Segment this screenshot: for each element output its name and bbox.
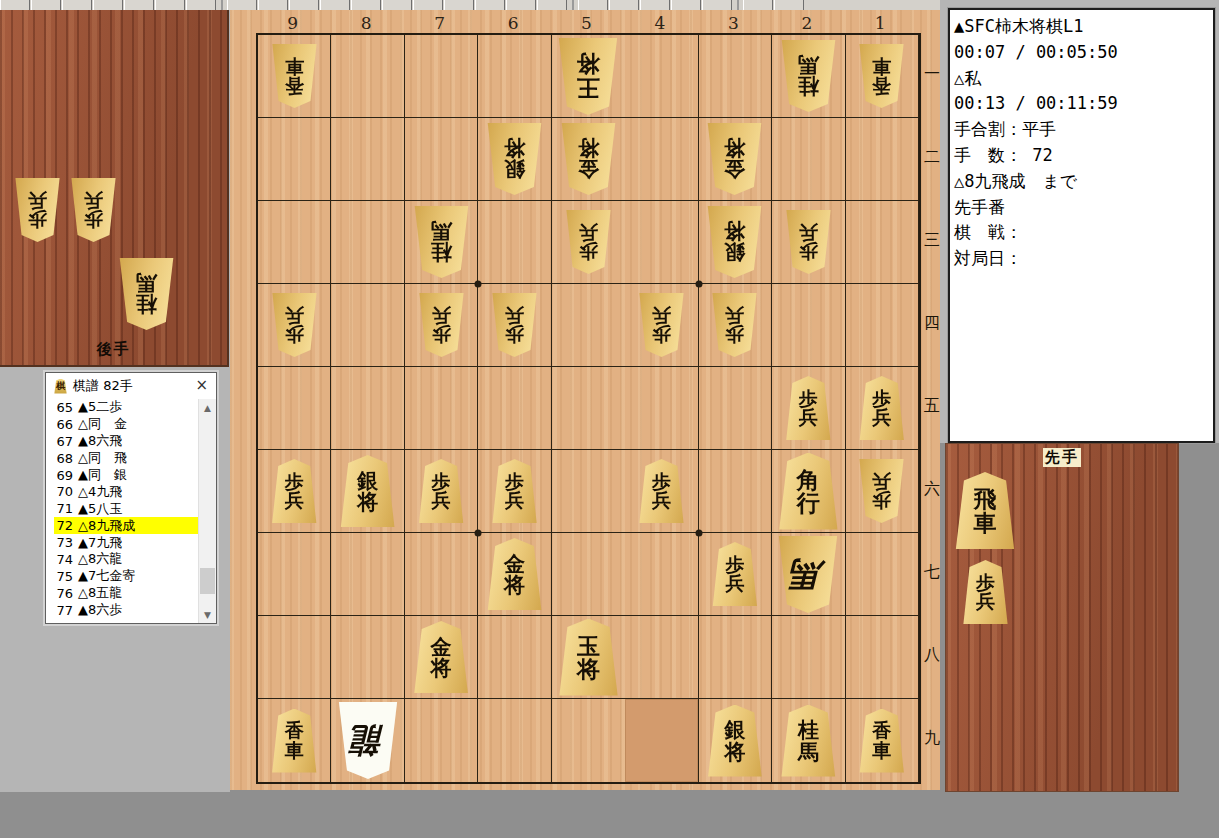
board-cell-59[interactable] <box>552 699 625 782</box>
board-cell-86[interactable]: 銀将 <box>331 450 404 533</box>
shogi-piece-銀将[interactable]: 銀将 <box>706 705 763 777</box>
shogi-piece-歩兵[interactable]: 歩兵 <box>962 560 1009 624</box>
board-cell-72[interactable] <box>405 118 478 201</box>
move-text: ▲7九飛 <box>78 534 122 552</box>
move-row[interactable]: 67▲8六飛 <box>54 433 199 450</box>
shogi-piece-龍[interactable]: 龍 <box>337 702 399 779</box>
board-cell-28[interactable] <box>772 616 845 699</box>
piece-kanji: 歩 <box>432 325 451 344</box>
piece-kanji: 兵 <box>799 408 818 427</box>
piece-kanji: 兵 <box>432 491 451 510</box>
shogi-piece-歩兵[interactable]: 歩兵 <box>785 376 832 440</box>
rank-label: 四 <box>921 282 943 365</box>
piece-kanji: 兵 <box>976 592 995 611</box>
file-label: 1 <box>844 14 917 32</box>
hoshi-dot <box>695 530 702 537</box>
board-cell-32[interactable]: 金将 <box>699 118 772 201</box>
file-label: 5 <box>550 14 623 32</box>
kifu-titlebar[interactable]: 棋 棋譜 82手 × <box>46 373 216 399</box>
toolbar-button[interactable] <box>475 0 505 10</box>
toolbar-button[interactable] <box>186 0 216 10</box>
board-cell-24[interactable] <box>772 284 845 367</box>
board-cell-56[interactable] <box>552 450 625 533</box>
move-text: ▲5二歩 <box>78 399 122 416</box>
info-line: 手合割：平手 <box>954 117 1213 143</box>
shogi-piece-角行[interactable]: 角行 <box>777 453 839 530</box>
move-row[interactable]: 70△4九飛 <box>54 483 199 500</box>
board-cell-97[interactable] <box>258 533 331 616</box>
shogi-piece-歩兵[interactable]: 歩兵 <box>418 459 465 523</box>
piece-kanji: 馬 <box>136 273 157 294</box>
shogi-piece-金将[interactable]: 金将 <box>706 123 763 195</box>
board-cell-66[interactable]: 歩兵 <box>478 450 551 533</box>
file-label: 3 <box>697 14 770 32</box>
toolbar-button[interactable] <box>93 0 123 10</box>
rank-label: 七 <box>921 531 943 614</box>
piece-kanji: 馬 <box>798 55 819 76</box>
move-row[interactable]: 73▲7九飛 <box>54 534 199 551</box>
shogi-piece-香車[interactable]: 香車 <box>858 709 905 773</box>
piece-kanji: 歩 <box>652 325 671 344</box>
board-cell-36[interactable] <box>699 450 772 533</box>
board-cell-51[interactable]: 王将 <box>552 35 625 118</box>
board-cell-61[interactable] <box>478 35 551 118</box>
shogi-piece-銀将[interactable]: 銀将 <box>339 455 396 527</box>
rank-label: 八 <box>921 614 943 697</box>
piece-kanji: 歩 <box>84 210 103 229</box>
board-cell-46[interactable]: 歩兵 <box>625 450 698 533</box>
board-cell-15[interactable]: 歩兵 <box>846 367 919 450</box>
piece-kanji: 車 <box>974 511 997 534</box>
piece-kanji: 飛 <box>974 487 997 510</box>
board-cell-79[interactable] <box>405 699 478 782</box>
gote-piece-stand: 後手 歩兵歩兵桂馬 <box>0 10 229 367</box>
piece-kanji: 将 <box>724 138 745 159</box>
move-text: ▲同 銀 <box>78 466 127 484</box>
move-number: 66 <box>54 417 73 432</box>
game-info-panel: ▲SFC柿木将棋L100:07 / 00:05:50△私00:13 / 00:1… <box>948 8 1215 443</box>
shogi-piece-金将[interactable]: 金将 <box>486 538 543 610</box>
piece-kanji: 車 <box>872 57 891 76</box>
board-cell-69[interactable] <box>478 699 551 782</box>
board-cell-12[interactable] <box>846 118 919 201</box>
board-cell-98[interactable] <box>258 616 331 699</box>
piece-kanji: 兵 <box>725 306 744 325</box>
shogi-piece-歩兵[interactable]: 歩兵 <box>491 293 538 357</box>
rank-label: 三 <box>921 199 943 282</box>
shogi-piece-歩兵[interactable]: 歩兵 <box>14 178 61 242</box>
board-cell-67[interactable]: 金将 <box>478 533 551 616</box>
kifu-title: 棋譜 82手 <box>73 377 133 395</box>
toolbar-button[interactable] <box>537 0 567 10</box>
piece-kanji: 将 <box>724 221 745 242</box>
toolbar-button[interactable] <box>258 0 288 10</box>
board-cell-14[interactable] <box>846 284 919 367</box>
move-text: △8五龍 <box>78 584 122 602</box>
piece-kanji: 歩 <box>799 242 818 261</box>
piece-kanji: 将 <box>577 53 600 76</box>
board-cell-44[interactable]: 歩兵 <box>625 284 698 367</box>
toolbar-button[interactable] <box>62 0 92 10</box>
hoshi-dot <box>475 530 482 537</box>
move-text: △同 飛 <box>78 449 127 467</box>
board-cell-27[interactable]: 馬 <box>772 533 845 616</box>
shogi-piece-桂馬[interactable]: 桂馬 <box>118 258 175 330</box>
board-cell-78[interactable]: 金将 <box>405 616 478 699</box>
shogi-piece-歩兵[interactable]: 歩兵 <box>711 293 758 357</box>
move-number: 72 <box>54 518 73 533</box>
file-label: 6 <box>476 14 549 32</box>
toolbar-button[interactable] <box>382 0 412 10</box>
piece-kanji: 兵 <box>652 491 671 510</box>
shogi-piece-歩兵[interactable]: 歩兵 <box>271 293 318 357</box>
board-cell-47[interactable] <box>625 533 698 616</box>
move-number: 69 <box>54 468 73 483</box>
piece-kanji: 歩 <box>505 325 524 344</box>
move-number: 67 <box>54 434 73 449</box>
piece-kanji: 兵 <box>285 306 304 325</box>
piece-kanji: 将 <box>504 138 525 159</box>
board-cell-92[interactable] <box>258 118 331 201</box>
board-cell-11[interactable]: 香車 <box>846 35 919 118</box>
board-cell-81[interactable] <box>331 35 404 118</box>
board-cell-64[interactable]: 歩兵 <box>478 284 551 367</box>
piece-kanji: 馬 <box>792 557 825 591</box>
board-cell-82[interactable] <box>331 118 404 201</box>
move-row[interactable]: 72△8九飛成 <box>54 517 199 534</box>
move-number: 77 <box>54 603 73 618</box>
move-text: ▲8六歩 <box>78 601 122 619</box>
piece-kanji: 兵 <box>432 306 451 325</box>
board-cell-16[interactable]: 歩兵 <box>846 450 919 533</box>
toolbar-button[interactable] <box>31 0 61 10</box>
board-cell-49[interactable] <box>625 699 698 782</box>
shogi-piece-歩兵[interactable]: 歩兵 <box>491 459 538 523</box>
board-cell-71[interactable] <box>405 35 478 118</box>
piece-kanji: 馬 <box>431 221 452 242</box>
toolbar-button[interactable] <box>671 0 701 10</box>
piece-kanji: 兵 <box>725 574 744 593</box>
move-row[interactable]: 69▲同 銀 <box>54 467 199 484</box>
shogi-piece-香車[interactable]: 香車 <box>858 44 905 108</box>
board-cell-17[interactable] <box>846 533 919 616</box>
board-cell-84[interactable] <box>331 284 404 367</box>
board-cell-55[interactable] <box>552 367 625 450</box>
piece-kanji: 兵 <box>652 306 671 325</box>
board-cell-87[interactable] <box>331 533 404 616</box>
board-cell-35[interactable] <box>699 367 772 450</box>
move-number: 73 <box>54 535 73 550</box>
piece-kanji: 銀 <box>724 719 745 740</box>
board-cell-38[interactable] <box>699 616 772 699</box>
shogi-piece-金将[interactable]: 金将 <box>413 621 470 693</box>
piece-kanji: 金 <box>724 159 745 180</box>
move-list: 65▲5二歩66△同 金67▲8六飛68△同 飛69▲同 銀70△4九飛71▲5… <box>46 399 199 623</box>
toolbar-separator <box>221 0 223 10</box>
board-cell-37[interactable]: 歩兵 <box>699 533 772 616</box>
file-labels: 987654321 <box>256 14 917 32</box>
board-cell-88[interactable] <box>331 616 404 699</box>
toolbar-button[interactable] <box>413 0 443 10</box>
info-line: 00:07 / 00:05:50 <box>954 40 1213 66</box>
kifu-window: 棋 棋譜 82手 × 65▲5二歩66△同 金67▲8六飛68△同 飛69▲同 … <box>45 372 217 624</box>
piece-kanji: 銀 <box>357 470 378 491</box>
shogi-piece-銀将[interactable]: 銀将 <box>706 206 763 278</box>
move-number: 71 <box>54 501 73 516</box>
board-cell-62[interactable]: 銀将 <box>478 118 551 201</box>
shogi-piece-歩兵[interactable]: 歩兵 <box>70 178 117 242</box>
info-line: ▲SFC柿木将棋L1 <box>954 14 1213 40</box>
move-text: △同 金 <box>78 415 127 433</box>
piece-kanji: 香 <box>285 76 304 95</box>
board-cell-25[interactable]: 歩兵 <box>772 367 845 450</box>
piece-kanji: 角 <box>797 468 820 491</box>
board-cell-43[interactable] <box>625 201 698 284</box>
scroll-up-icon[interactable]: ▲ <box>199 399 216 416</box>
shogi-piece-玉将[interactable]: 玉将 <box>557 619 619 696</box>
piece-kanji: 香 <box>872 721 891 740</box>
board-cell-53[interactable]: 歩兵 <box>552 201 625 284</box>
piece-kanji: 金 <box>578 159 599 180</box>
board-cell-33[interactable]: 銀将 <box>699 201 772 284</box>
piece-kanji: 桂 <box>798 76 819 97</box>
board-cell-76[interactable]: 歩兵 <box>405 450 478 533</box>
piece-kanji: 金 <box>431 636 452 657</box>
shogi-piece-桂馬[interactable]: 桂馬 <box>780 705 837 777</box>
piece-kanji: 歩 <box>285 325 304 344</box>
shogi-piece-歩兵[interactable]: 歩兵 <box>711 542 758 606</box>
shogi-piece-歩兵[interactable]: 歩兵 <box>638 293 685 357</box>
gote-stand-label: 後手 <box>97 340 131 359</box>
hoshi-dot <box>475 280 482 287</box>
file-label: 8 <box>329 14 402 32</box>
board-cell-54[interactable] <box>552 284 625 367</box>
rank-label: 五 <box>921 365 943 448</box>
board-cell-99[interactable]: 香車 <box>258 699 331 782</box>
scrollbar[interactable]: ▲ ▼ <box>198 399 216 623</box>
piece-kanji: 将 <box>504 574 525 595</box>
board-cell-68[interactable] <box>478 616 551 699</box>
piece-kanji: 桂 <box>798 719 819 740</box>
toolbar-separator <box>737 0 739 10</box>
file-label: 2 <box>770 14 843 32</box>
shogi-piece-歩兵[interactable]: 歩兵 <box>565 210 612 274</box>
piece-kanji: 行 <box>797 491 820 514</box>
board-cell-91[interactable]: 香車 <box>258 35 331 118</box>
board-cell-95[interactable] <box>258 367 331 450</box>
toolbar-button[interactable] <box>609 0 639 10</box>
toolbar-button[interactable] <box>289 0 319 10</box>
shogi-piece-歩兵[interactable]: 歩兵 <box>638 459 685 523</box>
board-cell-13[interactable] <box>846 201 919 284</box>
toolbar <box>0 0 945 10</box>
sente-piece-stand: 先手 飛車歩兵 <box>945 443 1179 792</box>
shogi-piece-銀将[interactable]: 銀将 <box>486 123 543 195</box>
piece-kanji: 兵 <box>285 491 304 510</box>
info-line: 先手番 <box>954 195 1213 221</box>
board-cell-75[interactable] <box>405 367 478 450</box>
shogi-piece-香車[interactable]: 香車 <box>271 709 318 773</box>
scrollbar-thumb[interactable] <box>200 568 215 594</box>
board-cell-58[interactable]: 玉将 <box>552 616 625 699</box>
piece-kanji: 香 <box>872 76 891 95</box>
shogi-piece-香車[interactable]: 香車 <box>271 44 318 108</box>
move-text: △8九飛成 <box>78 517 135 535</box>
rank-label: 六 <box>921 448 943 531</box>
board-cell-39[interactable]: 銀将 <box>699 699 772 782</box>
board-cell-45[interactable] <box>625 367 698 450</box>
file-label: 7 <box>403 14 476 32</box>
move-row[interactable]: 65▲5二歩 <box>54 399 199 416</box>
shogi-piece-歩兵[interactable]: 歩兵 <box>858 376 905 440</box>
file-label: 4 <box>623 14 696 32</box>
board-cell-48[interactable] <box>625 616 698 699</box>
piece-kanji: 将 <box>724 741 745 762</box>
info-line: 棋 戦： <box>954 220 1213 246</box>
piece-kanji: 金 <box>504 553 525 574</box>
board-cell-42[interactable] <box>625 118 698 201</box>
piece-kanji: 兵 <box>872 472 891 491</box>
board-cell-22[interactable] <box>772 118 845 201</box>
shogi-piece-歩兵[interactable]: 歩兵 <box>271 459 318 523</box>
board-cell-65[interactable] <box>478 367 551 450</box>
shogi-piece-金将[interactable]: 金将 <box>560 123 617 195</box>
board-cell-73[interactable]: 桂馬 <box>405 201 478 284</box>
info-line: 00:13 / 00:11:59 <box>954 91 1213 117</box>
board-cell-52[interactable]: 金将 <box>552 118 625 201</box>
move-row[interactable]: 75▲7七金寄 <box>54 568 199 585</box>
info-line: 対局日： <box>954 246 1213 272</box>
move-number: 68 <box>54 451 73 466</box>
board-cell-29[interactable]: 桂馬 <box>772 699 845 782</box>
move-number: 76 <box>54 586 73 601</box>
board-cell-41[interactable] <box>625 35 698 118</box>
board-cell-21[interactable]: 桂馬 <box>772 35 845 118</box>
board-cell-74[interactable]: 歩兵 <box>405 284 478 367</box>
move-number: 75 <box>54 569 73 584</box>
board-cell-83[interactable] <box>331 201 404 284</box>
board-cell-18[interactable] <box>846 616 919 699</box>
move-row[interactable]: 68△同 飛 <box>54 450 199 467</box>
shogi-piece-歩兵[interactable]: 歩兵 <box>418 293 465 357</box>
piece-kanji: 将 <box>357 491 378 512</box>
shogi-piece-歩兵[interactable]: 歩兵 <box>785 210 832 274</box>
board-cell-85[interactable] <box>331 367 404 450</box>
piece-kanji: 車 <box>872 741 891 760</box>
piece-kanji: 王 <box>577 76 600 99</box>
board-grid: 香車王将桂馬香車銀将金将金将桂馬歩兵銀将歩兵歩兵歩兵歩兵歩兵歩兵歩兵歩兵歩兵銀将… <box>256 33 921 784</box>
toolbar-button[interactable] <box>444 0 474 10</box>
move-number: 70 <box>54 484 73 499</box>
toolbar-button[interactable] <box>227 0 257 10</box>
toolbar-button[interactable] <box>0 0 30 10</box>
move-text: ▲5八玉 <box>78 500 122 518</box>
toolbar-button[interactable] <box>351 0 381 10</box>
board-cell-94[interactable]: 歩兵 <box>258 284 331 367</box>
toolbar-button[interactable] <box>743 0 773 10</box>
shogi-piece-飛車[interactable]: 飛車 <box>954 472 1016 549</box>
toolbar-separator <box>572 0 574 10</box>
piece-kanji: 銀 <box>724 242 745 263</box>
shogi-piece-馬[interactable]: 馬 <box>777 536 839 613</box>
move-row[interactable]: 66△同 金 <box>54 416 199 433</box>
piece-kanji: 龍 <box>351 724 384 758</box>
piece-kanji: 銀 <box>504 159 525 180</box>
toolbar-button[interactable] <box>640 0 670 10</box>
shogi-piece-歩兵[interactable]: 歩兵 <box>858 459 905 523</box>
scroll-down-icon[interactable]: ▼ <box>199 606 216 623</box>
shogi-piece-桂馬[interactable]: 桂馬 <box>413 206 470 278</box>
move-number: 74 <box>54 552 73 567</box>
piece-kanji: 歩 <box>725 325 744 344</box>
close-icon[interactable]: × <box>195 376 208 394</box>
move-row[interactable]: 77▲8六歩 <box>54 602 199 619</box>
piece-kanji: 歩 <box>28 210 47 229</box>
piece-kanji: 将 <box>577 657 600 680</box>
rank-label: 一 <box>921 33 943 116</box>
file-label: 9 <box>256 14 329 32</box>
board-cell-57[interactable] <box>552 533 625 616</box>
toolbar-button[interactable] <box>702 0 732 10</box>
board-cell-89[interactable]: 龍 <box>331 699 404 782</box>
rank-label: 九 <box>921 697 943 780</box>
piece-kanji: 歩 <box>579 242 598 261</box>
info-line: △8九飛成 まで <box>954 169 1213 195</box>
board-cell-77[interactable] <box>405 533 478 616</box>
piece-kanji: 兵 <box>505 306 524 325</box>
piece-kanji: 玉 <box>577 634 600 657</box>
piece-kanji: 馬 <box>798 741 819 762</box>
shogi-board-panel: 987654321 一二三四五六七八九 香車王将桂馬香車銀将金将金将桂馬歩兵銀将… <box>230 10 940 790</box>
move-text: ▲7七金寄 <box>78 567 135 585</box>
piece-kanji: 将 <box>578 138 599 159</box>
info-line: △私 <box>954 66 1213 92</box>
board-cell-31[interactable] <box>699 35 772 118</box>
board-cell-63[interactable] <box>478 201 551 284</box>
piece-kanji: 兵 <box>872 408 891 427</box>
board-cell-19[interactable]: 香車 <box>846 699 919 782</box>
move-row[interactable]: 74△8六龍 <box>54 551 199 568</box>
toolbar-button[interactable] <box>578 0 608 10</box>
board-cell-26[interactable]: 角行 <box>772 450 845 533</box>
piece-kanji: 兵 <box>505 491 524 510</box>
board-cell-23[interactable]: 歩兵 <box>772 201 845 284</box>
shogi-piece-icon: 棋 <box>54 379 67 394</box>
toolbar-button[interactable] <box>320 0 350 10</box>
piece-kanji: 兵 <box>579 223 598 242</box>
rank-labels: 一二三四五六七八九 <box>921 33 943 780</box>
toolbar-button[interactable] <box>124 0 154 10</box>
shogi-piece-王将[interactable]: 王将 <box>557 38 619 115</box>
shogi-piece-桂馬[interactable]: 桂馬 <box>780 40 837 112</box>
piece-kanji: 兵 <box>799 223 818 242</box>
board-cell-93[interactable] <box>258 201 331 284</box>
move-row[interactable]: 71▲5八玉 <box>54 500 199 517</box>
info-line: 手 数： 72 <box>954 143 1213 169</box>
move-row[interactable]: 76△8五龍 <box>54 585 199 602</box>
board-cell-96[interactable]: 歩兵 <box>258 450 331 533</box>
piece-kanji: 車 <box>285 741 304 760</box>
board-cell-34[interactable]: 歩兵 <box>699 284 772 367</box>
sente-stand-label: 先手 <box>1043 448 1081 467</box>
toolbar-button[interactable] <box>774 0 804 10</box>
toolbar-button[interactable] <box>155 0 185 10</box>
toolbar-button[interactable] <box>506 0 536 10</box>
piece-kanji: 車 <box>285 57 304 76</box>
piece-kanji: 桂 <box>136 294 157 315</box>
move-text: ▲8六飛 <box>78 432 122 450</box>
move-number: 65 <box>54 400 73 415</box>
